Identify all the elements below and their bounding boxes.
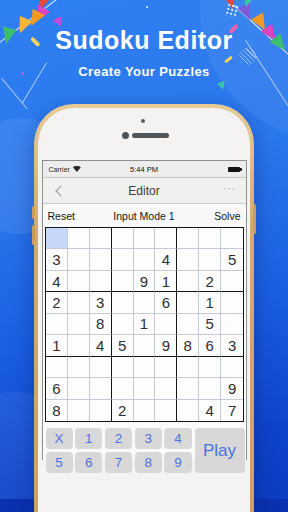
power-button xyxy=(253,204,256,234)
sudoku-cell-r3c4[interactable] xyxy=(112,271,134,292)
sudoku-cell-r5c2[interactable] xyxy=(68,314,90,335)
key-9[interactable]: 9 xyxy=(164,452,191,473)
app-screen: Carrier 5:44 PM Editor ··· Reset Input M… xyxy=(42,160,247,460)
sudoku-cell-r3c9[interactable] xyxy=(221,271,243,292)
sudoku-cell-r3c1[interactable]: 4 xyxy=(46,271,68,292)
sudoku-cell-r9c2[interactable] xyxy=(68,400,90,421)
sudoku-cell-r5c8[interactable]: 5 xyxy=(199,314,221,335)
sudoku-cell-r4c1[interactable]: 2 xyxy=(46,292,68,313)
sudoku-cell-r3c3[interactable] xyxy=(90,271,112,292)
sudoku-cell-r9c1[interactable]: 8 xyxy=(46,400,68,421)
sudoku-cell-r4c6[interactable]: 6 xyxy=(155,292,177,313)
sudoku-cell-r9c4[interactable]: 2 xyxy=(112,400,134,421)
nav-title: Editor xyxy=(43,184,246,198)
editor-toolbar: Reset Input Mode 1 Solve xyxy=(43,204,246,227)
app-screenshot: Sudoku Editor Create Your Puzzles Carrie… xyxy=(0,0,288,512)
sudoku-cell-r8c7[interactable] xyxy=(177,378,199,399)
sudoku-cell-r3c2[interactable] xyxy=(68,271,90,292)
sudoku-cell-r9c9[interactable]: 7 xyxy=(221,400,243,421)
sudoku-cell-r7c6[interactable] xyxy=(155,357,177,378)
sudoku-cell-r5c1[interactable] xyxy=(46,314,68,335)
sudoku-cell-r6c3[interactable]: 4 xyxy=(90,335,112,356)
sudoku-cell-r2c3[interactable] xyxy=(90,249,112,270)
key-clear[interactable]: X xyxy=(46,428,73,449)
battery-icon xyxy=(228,167,240,173)
sudoku-cell-r5c9[interactable] xyxy=(221,314,243,335)
sudoku-cell-r5c6[interactable] xyxy=(155,314,177,335)
sudoku-cell-r7c2[interactable] xyxy=(68,357,90,378)
phone-mockup: Carrier 5:44 PM Editor ··· Reset Input M… xyxy=(34,104,254,512)
sudoku-cell-r4c4[interactable] xyxy=(112,292,134,313)
play-button[interactable]: Play xyxy=(195,428,245,473)
key-4[interactable]: 4 xyxy=(164,428,191,449)
sudoku-grid: 345491223618151459863698247 xyxy=(45,227,244,422)
key-6[interactable]: 6 xyxy=(75,452,102,473)
sudoku-cell-r7c3[interactable] xyxy=(90,357,112,378)
volume-down-button xyxy=(32,225,35,245)
sudoku-cell-r1c1[interactable] xyxy=(46,228,68,249)
confetti-triangle xyxy=(242,0,251,8)
sudoku-cell-r7c8[interactable] xyxy=(199,357,221,378)
sudoku-cell-r2c8[interactable] xyxy=(199,249,221,270)
sudoku-cell-r8c4[interactable] xyxy=(112,378,134,399)
sudoku-cell-r4c5[interactable] xyxy=(134,292,156,313)
navigation-bar: Editor ··· xyxy=(43,178,246,204)
sudoku-cell-r1c3[interactable] xyxy=(90,228,112,249)
sudoku-cell-r8c8[interactable] xyxy=(199,378,221,399)
sudoku-cell-r3c7[interactable] xyxy=(177,271,199,292)
sudoku-cell-r1c4[interactable] xyxy=(112,228,134,249)
sudoku-cell-r5c4[interactable] xyxy=(112,314,134,335)
sudoku-cell-r4c7[interactable] xyxy=(177,292,199,313)
sudoku-cell-r7c7[interactable] xyxy=(177,357,199,378)
sudoku-cell-r7c9[interactable] xyxy=(221,357,243,378)
sudoku-cell-r4c2[interactable] xyxy=(68,292,90,313)
volume-up-button xyxy=(32,206,35,219)
sudoku-cell-r9c5[interactable] xyxy=(134,400,156,421)
sudoku-cell-r7c1[interactable] xyxy=(46,357,68,378)
more-options-icon[interactable]: ··· xyxy=(223,182,237,194)
sudoku-cell-r9c6[interactable] xyxy=(155,400,177,421)
sudoku-cell-r6c9[interactable]: 3 xyxy=(221,335,243,356)
sudoku-cell-r6c6[interactable]: 9 xyxy=(155,335,177,356)
sudoku-cell-r2c6[interactable]: 4 xyxy=(155,249,177,270)
sudoku-cell-r4c3[interactable]: 3 xyxy=(90,292,112,313)
sudoku-cell-r8c9[interactable]: 9 xyxy=(221,378,243,399)
sudoku-cell-r2c5[interactable] xyxy=(134,249,156,270)
sudoku-cell-r8c6[interactable] xyxy=(155,378,177,399)
sudoku-cell-r6c4[interactable]: 5 xyxy=(112,335,134,356)
sudoku-cell-r7c5[interactable] xyxy=(134,357,156,378)
sudoku-cell-r1c7[interactable] xyxy=(177,228,199,249)
confetti-dot xyxy=(146,6,148,8)
sudoku-cell-r2c1[interactable]: 3 xyxy=(46,249,68,270)
sudoku-cell-r7c4[interactable] xyxy=(112,357,134,378)
page-subtitle: Create Your Puzzles xyxy=(0,64,288,79)
status-bar: Carrier 5:44 PM xyxy=(43,161,246,178)
sudoku-cell-r3c5[interactable]: 9 xyxy=(134,271,156,292)
sudoku-cell-r5c3[interactable]: 8 xyxy=(90,314,112,335)
phone-bezel: Carrier 5:44 PM Editor ··· Reset Input M… xyxy=(38,108,250,512)
sudoku-cell-r8c1[interactable]: 6 xyxy=(46,378,68,399)
sudoku-cell-r6c7[interactable]: 8 xyxy=(177,335,199,356)
sudoku-cell-r2c4[interactable] xyxy=(112,249,134,270)
banner: Sudoku Editor Create Your Puzzles xyxy=(0,26,288,79)
key-7[interactable]: 7 xyxy=(105,452,132,473)
sudoku-cell-r6c8[interactable]: 6 xyxy=(199,335,221,356)
sudoku-cell-r4c9[interactable] xyxy=(221,292,243,313)
proximity-sensor-dot xyxy=(141,119,145,123)
sudoku-cell-r9c8[interactable]: 4 xyxy=(199,400,221,421)
clock-label: 5:44 PM xyxy=(43,165,246,174)
sudoku-cell-r9c7[interactable] xyxy=(177,400,199,421)
sudoku-cell-r2c2[interactable] xyxy=(68,249,90,270)
sudoku-cell-r1c8[interactable] xyxy=(199,228,221,249)
sudoku-cell-r1c6[interactable] xyxy=(155,228,177,249)
key-2[interactable]: 2 xyxy=(105,428,132,449)
solve-button[interactable]: Solve xyxy=(214,210,240,222)
sudoku-cell-r1c2[interactable] xyxy=(68,228,90,249)
sudoku-cell-r6c1[interactable]: 1 xyxy=(46,335,68,356)
sudoku-cell-r6c5[interactable] xyxy=(134,335,156,356)
key-5[interactable]: 5 xyxy=(46,452,73,473)
sudoku-cell-r2c7[interactable] xyxy=(177,249,199,270)
key-8[interactable]: 8 xyxy=(135,452,162,473)
sudoku-cell-r5c5[interactable]: 1 xyxy=(134,314,156,335)
sudoku-cell-r3c6[interactable]: 1 xyxy=(155,271,177,292)
sudoku-cell-r5c7[interactable] xyxy=(177,314,199,335)
numpad-keys: X123456789 xyxy=(46,428,192,473)
sudoku-cell-r4c8[interactable]: 1 xyxy=(199,292,221,313)
confetti-line xyxy=(1,78,27,109)
key-1[interactable]: 1 xyxy=(75,428,102,449)
sudoku-cell-r8c2[interactable] xyxy=(68,378,90,399)
front-camera-icon xyxy=(122,132,129,139)
sudoku-cell-r9c3[interactable] xyxy=(90,400,112,421)
sudoku-cell-r1c5[interactable] xyxy=(134,228,156,249)
sudoku-cell-r8c5[interactable] xyxy=(134,378,156,399)
sudoku-cell-r1c9[interactable] xyxy=(221,228,243,249)
key-3[interactable]: 3 xyxy=(135,428,162,449)
page-title: Sudoku Editor xyxy=(0,26,288,55)
sudoku-cell-r3c8[interactable]: 2 xyxy=(199,271,221,292)
sudoku-cell-r8c3[interactable] xyxy=(90,378,112,399)
sudoku-cell-r6c2[interactable] xyxy=(68,335,90,356)
earpiece-speaker xyxy=(132,133,169,138)
sudoku-cell-r2c9[interactable]: 5 xyxy=(221,249,243,270)
